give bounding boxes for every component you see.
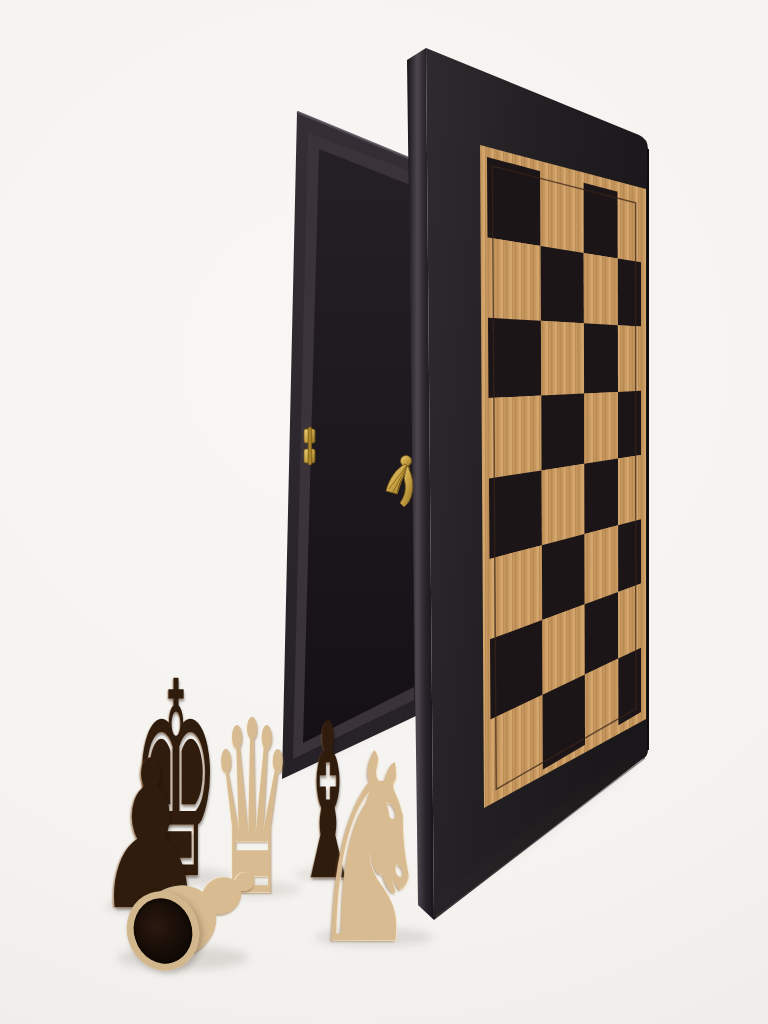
board-square: [488, 237, 541, 320]
board-square: [618, 325, 641, 392]
board-square: [487, 157, 541, 246]
board-square: [584, 459, 618, 535]
light-knight-piece: ♞: [309, 720, 430, 980]
board-square: [489, 396, 542, 479]
board-square: [584, 323, 618, 393]
board-square: [542, 464, 585, 545]
board-square: [541, 321, 584, 396]
board-square: [618, 192, 641, 262]
board-square: [618, 519, 641, 592]
board-square: [618, 259, 641, 327]
board-square: [618, 584, 641, 659]
board-square: [585, 525, 619, 604]
product-photo-chess-case: ♚ ♛ ♝ ♟ ♞ ♟: [0, 0, 768, 1024]
case-back-panel-felt-recess: [303, 149, 414, 743]
board-square: [618, 455, 641, 525]
board-square: [541, 246, 584, 323]
board-square: [584, 392, 618, 464]
board-square: [541, 394, 584, 471]
board-square: [488, 318, 541, 398]
board-square: [489, 470, 542, 559]
checkerboard: [487, 157, 641, 800]
board-square: [618, 648, 641, 726]
board-square: [618, 391, 641, 459]
board-square: [584, 253, 618, 325]
